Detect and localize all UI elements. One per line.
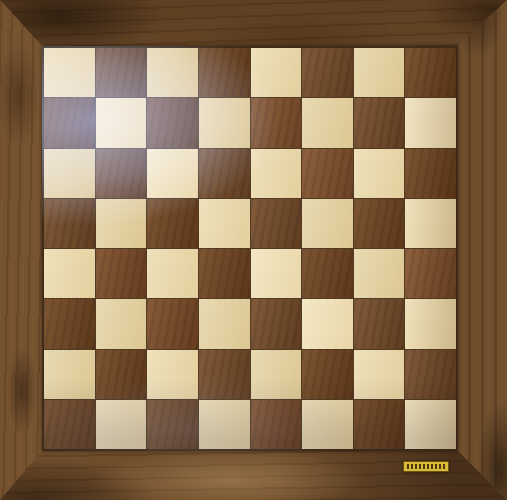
square-f1[interactable] <box>302 400 353 449</box>
square-b2[interactable] <box>96 350 147 399</box>
brand-sticker <box>403 461 449 472</box>
square-c8[interactable] <box>147 48 198 97</box>
square-h6[interactable] <box>405 149 456 198</box>
square-h2[interactable] <box>405 350 456 399</box>
square-d6[interactable] <box>199 149 250 198</box>
square-d4[interactable] <box>199 249 250 298</box>
square-d7[interactable] <box>199 98 250 147</box>
square-a8[interactable] <box>44 48 95 97</box>
square-f4[interactable] <box>302 249 353 298</box>
square-a6[interactable] <box>44 149 95 198</box>
chessboard-photo <box>0 0 507 500</box>
square-f8[interactable] <box>302 48 353 97</box>
square-e4[interactable] <box>251 249 302 298</box>
square-g2[interactable] <box>354 350 405 399</box>
square-a1[interactable] <box>44 400 95 449</box>
square-f6[interactable] <box>302 149 353 198</box>
square-e2[interactable] <box>251 350 302 399</box>
square-f7[interactable] <box>302 98 353 147</box>
square-d5[interactable] <box>199 199 250 248</box>
square-b3[interactable] <box>96 299 147 348</box>
square-e5[interactable] <box>251 199 302 248</box>
square-b5[interactable] <box>96 199 147 248</box>
square-f3[interactable] <box>302 299 353 348</box>
square-b1[interactable] <box>96 400 147 449</box>
square-g7[interactable] <box>354 98 405 147</box>
square-d8[interactable] <box>199 48 250 97</box>
chess-board <box>42 46 458 451</box>
square-g3[interactable] <box>354 299 405 348</box>
square-e1[interactable] <box>251 400 302 449</box>
square-c5[interactable] <box>147 199 198 248</box>
sticker-print <box>407 464 445 469</box>
square-b4[interactable] <box>96 249 147 298</box>
square-f5[interactable] <box>302 199 353 248</box>
square-c3[interactable] <box>147 299 198 348</box>
square-c6[interactable] <box>147 149 198 198</box>
square-b6[interactable] <box>96 149 147 198</box>
square-c7[interactable] <box>147 98 198 147</box>
square-h4[interactable] <box>405 249 456 298</box>
square-h1[interactable] <box>405 400 456 449</box>
square-g4[interactable] <box>354 249 405 298</box>
square-g6[interactable] <box>354 149 405 198</box>
square-g5[interactable] <box>354 199 405 248</box>
square-a7[interactable] <box>44 98 95 147</box>
square-b8[interactable] <box>96 48 147 97</box>
square-h5[interactable] <box>405 199 456 248</box>
square-g1[interactable] <box>354 400 405 449</box>
square-a2[interactable] <box>44 350 95 399</box>
square-d3[interactable] <box>199 299 250 348</box>
square-h7[interactable] <box>405 98 456 147</box>
square-c1[interactable] <box>147 400 198 449</box>
square-d2[interactable] <box>199 350 250 399</box>
square-h3[interactable] <box>405 299 456 348</box>
square-h8[interactable] <box>405 48 456 97</box>
square-e8[interactable] <box>251 48 302 97</box>
square-c2[interactable] <box>147 350 198 399</box>
square-e3[interactable] <box>251 299 302 348</box>
square-b7[interactable] <box>96 98 147 147</box>
square-a3[interactable] <box>44 299 95 348</box>
square-g8[interactable] <box>354 48 405 97</box>
square-e7[interactable] <box>251 98 302 147</box>
square-a5[interactable] <box>44 199 95 248</box>
square-c4[interactable] <box>147 249 198 298</box>
square-e6[interactable] <box>251 149 302 198</box>
square-d1[interactable] <box>199 400 250 449</box>
square-f2[interactable] <box>302 350 353 399</box>
square-a4[interactable] <box>44 249 95 298</box>
